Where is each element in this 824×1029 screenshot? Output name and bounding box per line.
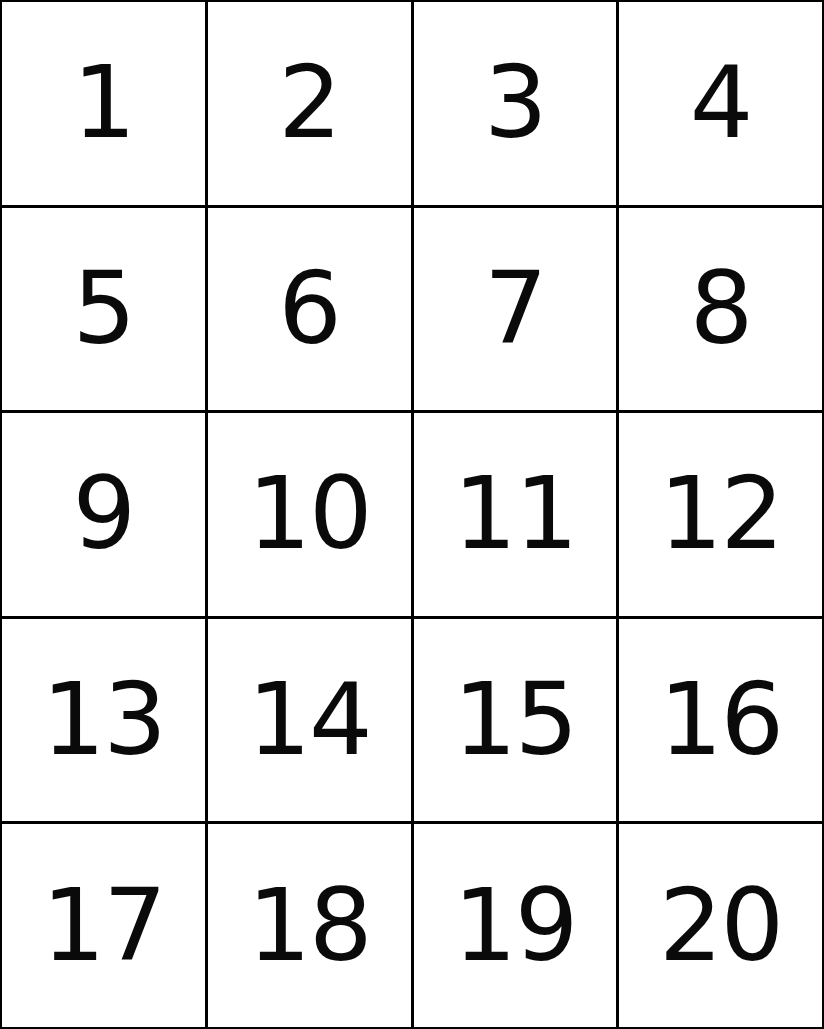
cell-20[interactable]: 20 <box>619 824 822 1027</box>
cell-11[interactable]: 11 <box>414 413 617 616</box>
cell-10[interactable]: 10 <box>208 413 411 616</box>
cell-9[interactable]: 9 <box>2 413 205 616</box>
cell-15[interactable]: 15 <box>414 619 617 822</box>
cell-12[interactable]: 12 <box>619 413 822 616</box>
cell-15-number: 15 <box>453 670 576 770</box>
cell-7-number: 7 <box>484 259 546 359</box>
cell-2[interactable]: 2 <box>208 2 411 205</box>
cell-2-number: 2 <box>278 53 340 153</box>
cell-20-number: 20 <box>659 876 782 976</box>
number-grid: 1 2 3 4 5 6 7 8 9 10 11 12 13 14 15 16 1… <box>0 0 824 1029</box>
cell-17-number: 17 <box>42 876 165 976</box>
cell-12-number: 12 <box>659 464 782 564</box>
cell-11-number: 11 <box>453 464 576 564</box>
cell-6-number: 6 <box>278 259 340 359</box>
cell-1-number: 1 <box>73 53 135 153</box>
cell-14[interactable]: 14 <box>208 619 411 822</box>
cell-14-number: 14 <box>248 670 371 770</box>
cell-8-number: 8 <box>690 259 752 359</box>
cell-16-number: 16 <box>659 670 782 770</box>
cell-13[interactable]: 13 <box>2 619 205 822</box>
cell-17[interactable]: 17 <box>2 824 205 1027</box>
cell-1[interactable]: 1 <box>2 2 205 205</box>
cell-4[interactable]: 4 <box>619 2 822 205</box>
cell-19[interactable]: 19 <box>414 824 617 1027</box>
cell-7[interactable]: 7 <box>414 208 617 411</box>
cell-5-number: 5 <box>73 259 135 359</box>
cell-10-number: 10 <box>248 464 371 564</box>
cell-6[interactable]: 6 <box>208 208 411 411</box>
cell-5[interactable]: 5 <box>2 208 205 411</box>
cell-3[interactable]: 3 <box>414 2 617 205</box>
cell-8[interactable]: 8 <box>619 208 822 411</box>
cell-4-number: 4 <box>690 53 752 153</box>
cell-18[interactable]: 18 <box>208 824 411 1027</box>
cell-3-number: 3 <box>484 53 546 153</box>
cell-9-number: 9 <box>73 464 135 564</box>
cell-19-number: 19 <box>453 876 576 976</box>
cell-18-number: 18 <box>248 876 371 976</box>
cell-13-number: 13 <box>42 670 165 770</box>
cell-16[interactable]: 16 <box>619 619 822 822</box>
